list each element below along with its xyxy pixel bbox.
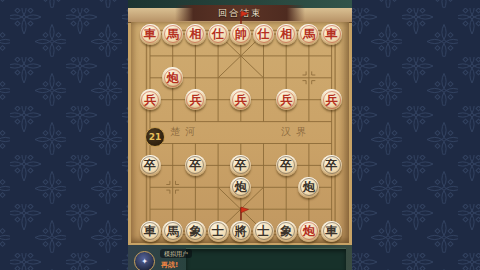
piece-black-象[interactable]: 象 [276, 221, 297, 242]
player-status-text: 再战! [161, 260, 178, 270]
piece-black-士[interactable]: 士 [253, 221, 274, 242]
piece-red-兵[interactable]: 兵 [276, 89, 297, 110]
red-flag-black-palace [237, 205, 250, 221]
piece-black-將[interactable]: 將 [230, 221, 251, 242]
piece-red-車[interactable]: 車 [140, 24, 161, 45]
piece-black-車[interactable]: 車 [321, 221, 342, 242]
game-viewport: 楚河 汉界 車馬相仕帥仕相馬車炮兵兵兵兵兵炮卒卒卒卒卒炮炮車馬象士將士象車 21… [128, 0, 352, 270]
piece-red-馬[interactable]: 馬 [298, 24, 319, 45]
piece-red-相[interactable]: 相 [276, 24, 297, 45]
piece-black-士[interactable]: 士 [208, 221, 229, 242]
piece-black-卒[interactable]: 卒 [140, 155, 161, 176]
player-bar: ✦ 模拟用户 再战! [128, 245, 352, 270]
piece-black-炮[interactable]: 炮 [230, 177, 251, 198]
piece-red-仕[interactable]: 仕 [253, 24, 274, 45]
piece-red-帥[interactable]: 帥 [230, 24, 251, 45]
piece-black-馬[interactable]: 馬 [162, 221, 183, 242]
player-bar-panel [186, 248, 346, 270]
piece-red-馬[interactable]: 馬 [162, 24, 183, 45]
river-label-right: 汉界 [281, 125, 311, 139]
player-name: 模拟用户 [160, 249, 192, 258]
avatar-star-icon: ✦ [141, 257, 148, 266]
piece-red-兵[interactable]: 兵 [140, 89, 161, 110]
piece-red-炮[interactable]: 炮 [298, 221, 319, 242]
piece-red-仕[interactable]: 仕 [208, 24, 229, 45]
piece-black-卒[interactable]: 卒 [185, 155, 206, 176]
piece-black-車[interactable]: 車 [140, 221, 161, 242]
river-label-left: 楚河 [170, 125, 200, 139]
screenshot-root: 楚河 汉界 車馬相仕帥仕相馬車炮兵兵兵兵兵炮卒卒卒卒卒炮炮車馬象士將士象車 21… [0, 0, 480, 270]
piece-red-車[interactable]: 車 [321, 24, 342, 45]
piece-black-象[interactable]: 象 [185, 221, 206, 242]
piece-red-相[interactable]: 相 [185, 24, 206, 45]
move-counter-value: 21 [149, 132, 162, 142]
player-avatar[interactable]: ✦ [134, 251, 155, 270]
red-flag-top [237, 9, 250, 25]
piece-red-兵[interactable]: 兵 [185, 89, 206, 110]
piece-black-卒[interactable]: 卒 [321, 155, 342, 176]
move-counter-badge: 21 [145, 127, 165, 147]
piece-black-卒[interactable]: 卒 [276, 155, 297, 176]
